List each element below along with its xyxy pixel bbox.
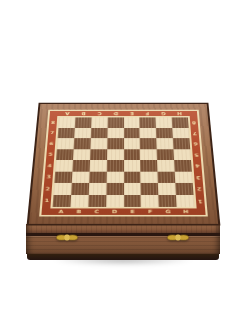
coord-label: 5	[46, 149, 55, 160]
square-c2	[88, 183, 106, 195]
coord-label: D	[105, 208, 123, 214]
square-b7	[74, 128, 91, 139]
square-c8	[90, 117, 106, 127]
square-f8	[139, 117, 155, 127]
coord-label: C	[91, 111, 107, 116]
square-c3	[88, 171, 106, 183]
square-g2	[158, 183, 176, 195]
coord-label: H	[171, 111, 187, 116]
coord-label: F	[139, 111, 155, 116]
square-c4	[89, 160, 106, 171]
square-e1	[123, 195, 141, 207]
square-b6	[73, 138, 90, 149]
square-d4	[106, 160, 123, 171]
square-f5	[140, 149, 157, 160]
square-c1	[88, 195, 106, 207]
coord-label: E	[123, 111, 139, 116]
coord-label: 4	[45, 160, 54, 171]
coord-label: 8	[189, 117, 197, 127]
coord-label: 7	[47, 128, 56, 139]
maple-inlay-inner	[50, 116, 196, 208]
board-grid	[52, 117, 194, 206]
square-h7	[172, 128, 189, 139]
square-b3	[71, 171, 89, 183]
square-f2	[140, 183, 158, 195]
coord-label: G	[155, 111, 171, 116]
square-h8	[171, 117, 188, 127]
square-g7	[156, 128, 173, 139]
square-d1	[105, 195, 123, 207]
square-f6	[139, 138, 156, 149]
square-d3	[106, 171, 123, 183]
square-h3	[174, 171, 192, 183]
coord-label: 1	[195, 195, 204, 207]
square-b8	[74, 117, 91, 127]
square-b5	[72, 149, 89, 160]
coord-label: 8	[48, 117, 56, 127]
square-f1	[141, 195, 159, 207]
coordinate-border: ABCDEFGH ABCDEFGH 87654321 87654321	[41, 111, 205, 215]
coord-label: A	[51, 208, 69, 214]
square-f3	[140, 171, 158, 183]
product-photo: ABCDEFGH ABCDEFGH 87654321 87654321	[0, 0, 246, 328]
square-g3	[157, 171, 175, 183]
square-a8	[58, 117, 75, 127]
square-e3	[123, 171, 140, 183]
square-d5	[106, 149, 123, 160]
coord-label: 6	[46, 138, 55, 149]
coord-label: 5	[192, 149, 201, 160]
square-a2	[53, 183, 71, 195]
square-e5	[123, 149, 140, 160]
coord-label: 7	[190, 128, 199, 139]
square-a6	[56, 138, 73, 149]
square-g6	[156, 138, 173, 149]
square-g8	[155, 117, 172, 127]
coord-label: 2	[43, 183, 52, 195]
coord-label: G	[159, 208, 177, 214]
square-d8	[107, 117, 123, 127]
square-d6	[106, 138, 123, 149]
square-f7	[139, 128, 156, 139]
square-b2	[70, 183, 88, 195]
square-g4	[157, 160, 174, 171]
walnut-frame: ABCDEFGH ABCDEFGH 87654321 87654321	[26, 103, 220, 226]
coord-label: 6	[191, 138, 200, 149]
square-b4	[72, 160, 89, 171]
square-e7	[123, 128, 139, 139]
coord-label: A	[59, 111, 75, 116]
square-a7	[57, 128, 74, 139]
coord-label: 3	[44, 171, 53, 183]
maple-inlay-outer: ABCDEFGH ABCDEFGH 87654321 87654321	[39, 110, 208, 217]
coord-label: H	[176, 208, 194, 214]
coord-label: F	[141, 208, 159, 214]
coord-label: 1	[42, 195, 51, 207]
square-b1	[70, 195, 88, 207]
square-f4	[140, 160, 157, 171]
square-d7	[107, 128, 123, 139]
square-a3	[54, 171, 72, 183]
square-c6	[90, 138, 107, 149]
square-e6	[123, 138, 140, 149]
square-e2	[123, 183, 141, 195]
square-a1	[52, 195, 70, 207]
square-d2	[105, 183, 123, 195]
square-e4	[123, 160, 140, 171]
square-h1	[176, 195, 194, 207]
square-h4	[174, 160, 192, 171]
square-h5	[173, 149, 190, 160]
square-g5	[156, 149, 173, 160]
chess-box-lid: ABCDEFGH ABCDEFGH 87654321 87654321	[33, 75, 214, 245]
square-h2	[175, 183, 193, 195]
coord-label: 4	[193, 160, 202, 171]
coord-label: 2	[194, 183, 203, 195]
square-a5	[56, 149, 73, 160]
box-base-edge	[27, 254, 219, 260]
square-a4	[55, 160, 73, 171]
coord-label: C	[87, 208, 105, 214]
square-g1	[158, 195, 176, 207]
coords-top: ABCDEFGH	[59, 111, 188, 116]
coords-bottom: ABCDEFGH	[51, 208, 194, 214]
square-e8	[123, 117, 139, 127]
coord-label: B	[69, 208, 87, 214]
square-c5	[89, 149, 106, 160]
square-h6	[172, 138, 189, 149]
coord-label: B	[75, 111, 91, 116]
square-c7	[90, 128, 107, 139]
coord-label: 3	[193, 171, 202, 183]
coord-label: D	[107, 111, 123, 116]
coord-label: E	[123, 208, 141, 214]
